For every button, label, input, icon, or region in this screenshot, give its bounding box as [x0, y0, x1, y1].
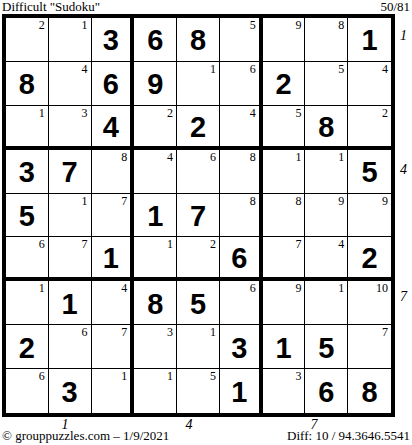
corner-mark: 2 — [382, 107, 388, 119]
corner-mark: 1 — [338, 151, 344, 163]
cell-r9c8[interactable]: 6 — [305, 369, 348, 413]
cell-r3c7[interactable]: 5 — [263, 106, 306, 150]
corner-mark: 3 — [295, 370, 301, 382]
cell-r7c4[interactable]: 8 — [134, 281, 177, 325]
corner-mark: 7 — [295, 238, 301, 250]
cell-r6c6[interactable]: 6 — [220, 237, 263, 281]
corner-mark: 8 — [250, 151, 256, 163]
corner-mark: 1 — [39, 107, 45, 119]
cell-digit: 8 — [318, 113, 334, 142]
cell-digit: 1 — [147, 202, 163, 231]
cell-r4c1[interactable]: 3 — [6, 150, 49, 194]
cell-digit: 6 — [103, 70, 119, 99]
cell-digit: 4 — [103, 113, 119, 142]
puzzle-page: Difficult "Sudoku" 50/81 213685981846916… — [0, 0, 412, 445]
corner-mark: 1 — [39, 282, 45, 294]
cell-r2c4[interactable]: 9 — [134, 62, 177, 106]
cell-r4c7[interactable]: 1 — [263, 150, 306, 194]
cell-r7c9[interactable]: 10 — [348, 281, 391, 325]
cell-r1c4[interactable]: 6 — [134, 18, 177, 62]
cell-r3c4[interactable]: 2 — [134, 106, 177, 150]
cell-digit: 1 — [103, 244, 119, 273]
difficulty-text: Diff: 10 / 94.3646.5541 — [287, 429, 410, 443]
cell-digit: 1 — [231, 378, 247, 407]
cell-r8c1[interactable]: 2 — [6, 325, 49, 369]
cell-r2c7[interactable]: 2 — [263, 62, 306, 106]
cell-r8c2[interactable]: 6 — [49, 325, 92, 369]
cell-r1c1[interactable]: 2 — [6, 18, 49, 62]
corner-mark: 1 — [167, 238, 173, 250]
cell-r3c6[interactable]: 4 — [220, 106, 263, 150]
corner-mark: 6 — [250, 282, 256, 294]
cell-r6c8[interactable]: 4 — [305, 237, 348, 281]
cell-r5c5[interactable]: 7 — [177, 194, 220, 238]
cell-digit: 1 — [362, 26, 378, 55]
corner-mark: 2 — [210, 238, 216, 250]
cell-r8c4[interactable]: 3 — [134, 325, 177, 369]
corner-mark: 4 — [382, 63, 388, 75]
cell-r4c3[interactable]: 8 — [92, 150, 135, 194]
cell-digit: 7 — [62, 158, 78, 187]
col-label-4: 4 — [182, 418, 196, 432]
corner-mark: 2 — [167, 107, 173, 119]
cell-r4c9[interactable]: 5 — [348, 150, 391, 194]
cell-r7c5[interactable]: 5 — [177, 281, 220, 325]
corner-mark: 4 — [338, 238, 344, 250]
page-title: Difficult "Sudoku" — [2, 0, 100, 13]
cell-r8c6[interactable]: 3 — [220, 325, 263, 369]
corner-mark: 7 — [121, 195, 127, 207]
corner-mark: 4 — [167, 151, 173, 163]
cell-r9c3[interactable]: 1 — [92, 369, 135, 413]
copyright-text: © grouppuzzles.com – 1/9/2021 — [2, 429, 169, 443]
cell-r6c4[interactable]: 1 — [134, 237, 177, 281]
corner-mark: 4 — [250, 107, 256, 119]
corner-mark: 8 — [338, 19, 344, 31]
cell-digit: 8 — [362, 378, 378, 407]
sudoku-grid: 2136859818469162541342245823784681155171… — [2, 14, 395, 417]
cell-r6c3[interactable]: 1 — [92, 237, 135, 281]
cell-r9c9[interactable]: 8 — [348, 369, 391, 413]
cell-r3c9[interactable]: 2 — [348, 106, 391, 150]
cell-r5c8[interactable]: 9 — [305, 194, 348, 238]
cell-r5c7[interactable]: 8 — [263, 194, 306, 238]
corner-mark: 9 — [295, 282, 301, 294]
puzzle-counter: 50/81 — [380, 0, 410, 13]
cell-r8c8[interactable]: 5 — [305, 325, 348, 369]
corner-mark: 3 — [167, 326, 173, 338]
cell-r5c9[interactable]: 9 — [348, 194, 391, 238]
corner-mark: 7 — [382, 326, 388, 338]
cell-r2c6[interactable]: 6 — [220, 62, 263, 106]
cell-digit: 8 — [147, 290, 163, 319]
cell-r5c1[interactable]: 5 — [6, 194, 49, 238]
corner-mark: 1 — [210, 326, 216, 338]
corner-mark: 7 — [82, 238, 88, 250]
cell-r5c4[interactable]: 1 — [134, 194, 177, 238]
corner-mark: 4 — [121, 282, 127, 294]
cell-r4c4[interactable]: 4 — [134, 150, 177, 194]
cell-digit: 5 — [362, 158, 378, 187]
cell-r3c2[interactable]: 3 — [49, 106, 92, 150]
corner-mark: 9 — [295, 19, 301, 31]
cell-digit: 5 — [19, 202, 35, 231]
corner-mark: 9 — [338, 195, 344, 207]
cell-r4c2[interactable]: 7 — [49, 150, 92, 194]
cell-r1c7[interactable]: 9 — [263, 18, 306, 62]
corner-mark: 4 — [82, 63, 88, 75]
corner-mark: 10 — [376, 282, 388, 294]
cell-digit: 1 — [62, 290, 78, 319]
cell-r7c6[interactable]: 6 — [220, 281, 263, 325]
corner-mark: 5 — [250, 19, 256, 31]
corner-mark: 1 — [295, 151, 301, 163]
corner-mark: 1 — [210, 63, 216, 75]
cell-r4c8[interactable]: 1 — [305, 150, 348, 194]
cell-digit: 9 — [147, 70, 163, 99]
cell-r2c5[interactable]: 1 — [177, 62, 220, 106]
row-label-1: 1 — [400, 29, 407, 43]
cell-r7c3[interactable]: 4 — [92, 281, 135, 325]
corner-mark: 2 — [39, 19, 45, 31]
corner-mark: 8 — [250, 195, 256, 207]
corner-mark: 1 — [82, 19, 88, 31]
cell-r2c1[interactable]: 8 — [6, 62, 49, 106]
cell-digit: 2 — [19, 334, 35, 363]
cell-r3c8[interactable]: 8 — [305, 106, 348, 150]
corner-mark: 7 — [121, 326, 127, 338]
row-label-7: 7 — [400, 290, 407, 304]
cell-r9c7[interactable]: 3 — [263, 369, 306, 413]
corner-mark: 8 — [295, 195, 301, 207]
cell-digit: 8 — [190, 26, 206, 55]
cell-r8c3[interactable]: 7 — [92, 325, 135, 369]
cell-digit: 8 — [19, 70, 35, 99]
cell-r6c5[interactable]: 2 — [177, 237, 220, 281]
cell-r5c3[interactable]: 7 — [92, 194, 135, 238]
corner-mark: 5 — [210, 370, 216, 382]
cell-r7c1[interactable]: 1 — [6, 281, 49, 325]
cell-r4c5[interactable]: 6 — [177, 150, 220, 194]
corner-mark: 3 — [82, 107, 88, 119]
cell-digit: 3 — [19, 158, 35, 187]
corner-mark: 5 — [338, 63, 344, 75]
corner-mark: 6 — [39, 370, 45, 382]
cell-digit: 6 — [147, 26, 163, 55]
cell-r7c8[interactable]: 1 — [305, 281, 348, 325]
corner-mark: 6 — [39, 238, 45, 250]
cell-r7c7[interactable]: 9 — [263, 281, 306, 325]
cell-digit: 2 — [362, 244, 378, 273]
corner-mark: 1 — [338, 282, 344, 294]
cell-r6c7[interactable]: 7 — [263, 237, 306, 281]
cell-r8c7[interactable]: 1 — [263, 325, 306, 369]
cell-r2c8[interactable]: 5 — [305, 62, 348, 106]
corner-mark: 6 — [250, 63, 256, 75]
cell-r3c3[interactable]: 4 — [92, 106, 135, 150]
corner-mark: 1 — [121, 370, 127, 382]
cell-r3c5[interactable]: 2 — [177, 106, 220, 150]
cell-digit: 2 — [275, 70, 291, 99]
cell-r1c6[interactable]: 5 — [220, 18, 263, 62]
cell-digit: 3 — [231, 334, 247, 363]
corner-mark: 1 — [82, 195, 88, 207]
corner-mark: 6 — [210, 151, 216, 163]
cell-r6c9[interactable]: 2 — [348, 237, 391, 281]
cell-digit: 3 — [103, 26, 119, 55]
cell-digit: 6 — [231, 244, 247, 273]
cell-r8c5[interactable]: 1 — [177, 325, 220, 369]
cell-digit: 1 — [275, 334, 291, 363]
cell-r3c1[interactable]: 1 — [6, 106, 49, 150]
cell-r9c5[interactable]: 5 — [177, 369, 220, 413]
cell-r1c5[interactable]: 8 — [177, 18, 220, 62]
cell-r5c6[interactable]: 8 — [220, 194, 263, 238]
cell-r2c2[interactable]: 4 — [49, 62, 92, 106]
cell-r9c1[interactable]: 6 — [6, 369, 49, 413]
cell-r2c9[interactable]: 4 — [348, 62, 391, 106]
cell-r9c2[interactable]: 3 — [49, 369, 92, 413]
corner-mark: 1 — [167, 370, 173, 382]
cell-r1c3[interactable]: 3 — [92, 18, 135, 62]
cell-digit: 7 — [190, 202, 206, 231]
corner-mark: 5 — [295, 107, 301, 119]
cell-r1c2[interactable]: 1 — [49, 18, 92, 62]
cell-digit: 5 — [318, 334, 334, 363]
corner-mark: 8 — [121, 151, 127, 163]
cell-r5c2[interactable]: 1 — [49, 194, 92, 238]
cell-r6c2[interactable]: 7 — [49, 237, 92, 281]
cell-r8c9[interactable]: 7 — [348, 325, 391, 369]
corner-mark: 9 — [382, 195, 388, 207]
cell-r1c9[interactable]: 1 — [348, 18, 391, 62]
cell-digit: 3 — [62, 378, 78, 407]
cell-digit: 2 — [190, 113, 206, 142]
corner-mark: 6 — [82, 326, 88, 338]
cell-r2c3[interactable]: 6 — [92, 62, 135, 106]
cell-r9c6[interactable]: 1 — [220, 369, 263, 413]
cell-r9c4[interactable]: 1 — [134, 369, 177, 413]
cell-r4c6[interactable]: 8 — [220, 150, 263, 194]
row-label-4: 4 — [400, 163, 407, 177]
cell-r6c1[interactable]: 6 — [6, 237, 49, 281]
cell-digit: 5 — [190, 290, 206, 319]
cell-r7c2[interactable]: 1 — [49, 281, 92, 325]
cell-digit: 6 — [318, 378, 334, 407]
cell-r1c8[interactable]: 8 — [305, 18, 348, 62]
